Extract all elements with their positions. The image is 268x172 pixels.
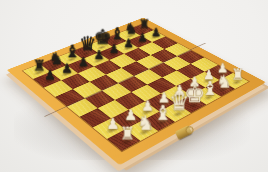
black-knight-g8: ♞ <box>124 22 137 37</box>
product-photo-scene: ♜♞♝♛♚♝♞♜♟♟♟♟♟♟♟♟♟♟♟♟♟♟♟♟♜♞♝♛♚♝♞♜ <box>0 0 268 172</box>
white-pawn-b2: ♟ <box>124 107 137 122</box>
white-pawn-a2: ♟ <box>106 116 120 131</box>
black-pawn-d7: ♟ <box>93 49 104 61</box>
black-pawn-b7: ♟ <box>61 62 73 75</box>
black-pawn-a7: ♟ <box>44 69 56 82</box>
white-knight-b1: ♞ <box>137 113 155 133</box>
black-pawn-h7: ♟ <box>151 26 161 38</box>
white-rook-a1: ♜ <box>119 125 135 143</box>
black-pawn-f7: ♟ <box>123 37 134 49</box>
white-bishop-c1: ♝ <box>153 103 171 124</box>
black-rook-h8: ♜ <box>138 18 150 31</box>
square-c5 <box>90 75 119 91</box>
black-pawn-g7: ♟ <box>137 31 148 43</box>
black-pawn-c7: ♟ <box>78 55 89 68</box>
white-rook-h1: ♜ <box>231 68 245 83</box>
black-pawn-e7: ♟ <box>108 43 119 55</box>
white-knight-g1: ♞ <box>216 73 232 91</box>
